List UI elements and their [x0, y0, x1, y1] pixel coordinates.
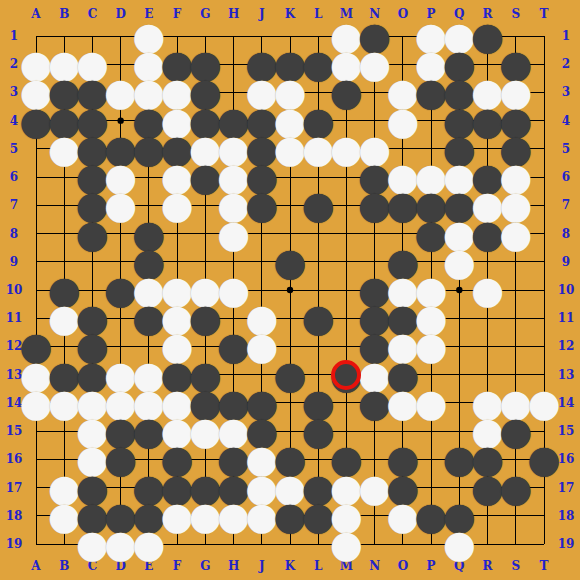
black-stone-R17: ●	[473, 473, 503, 503]
white-stone-P14: ●	[416, 388, 446, 418]
black-stone-D16: ●	[106, 444, 136, 474]
white-stone-N17: ●	[360, 473, 390, 503]
white-stone-B14: ●	[49, 388, 79, 418]
last-move-marker-M13	[331, 360, 361, 390]
white-stone-E19: ●	[134, 529, 164, 559]
black-stone-M3: ●	[331, 77, 361, 107]
white-stone-J12: ●	[247, 331, 277, 361]
white-stone-J18: ●	[247, 501, 277, 531]
black-stone-Q16: ●	[444, 444, 474, 474]
white-stone-P12: ●	[416, 331, 446, 361]
white-stone-D3: ●	[106, 77, 136, 107]
white-stone-C19: ●	[77, 529, 107, 559]
black-stone-G11: ●	[190, 303, 220, 333]
white-stone-L5: ●	[303, 134, 333, 164]
black-stone-T16: ●	[529, 444, 559, 474]
black-stone-C8: ●	[77, 219, 107, 249]
white-stone-S8: ●	[501, 219, 531, 249]
black-stone-L7: ●	[303, 190, 333, 220]
black-stone-K9: ●	[275, 247, 305, 277]
white-stone-O18: ●	[388, 501, 418, 531]
black-stone-H12: ●	[219, 331, 249, 361]
black-stone-G6: ●	[190, 162, 220, 192]
star-point-D4	[117, 117, 123, 123]
black-stone-L11: ●	[303, 303, 333, 333]
white-stone-D7: ●	[106, 190, 136, 220]
black-stone-N14: ●	[360, 388, 390, 418]
white-stone-Q19: ●	[444, 529, 474, 559]
white-stone-O4: ●	[388, 106, 418, 136]
white-stone-G18: ●	[190, 501, 220, 531]
white-stone-D19: ●	[106, 529, 136, 559]
white-stone-A14: ●	[21, 388, 51, 418]
black-stone-J7: ●	[247, 190, 277, 220]
black-stone-K13: ●	[275, 360, 305, 390]
black-stone-R4: ●	[473, 106, 503, 136]
black-stone-N7: ●	[360, 190, 390, 220]
white-stone-B11: ●	[49, 303, 79, 333]
white-stone-M5: ●	[331, 134, 361, 164]
black-stone-P8: ●	[416, 219, 446, 249]
white-stone-O14: ●	[388, 388, 418, 418]
white-stone-M19: ●	[331, 529, 361, 559]
black-stone-D10: ●	[106, 275, 136, 305]
black-stone-S17: ●	[501, 473, 531, 503]
white-stone-B5: ●	[49, 134, 79, 164]
black-stone-A4: ●	[21, 106, 51, 136]
white-stone-Q9: ●	[444, 247, 474, 277]
black-stone-E15: ●	[134, 416, 164, 446]
white-stone-G15: ●	[190, 416, 220, 446]
black-stone-P3: ●	[416, 77, 446, 107]
black-stone-R1: ●	[473, 21, 503, 51]
black-stone-K18: ●	[275, 501, 305, 531]
white-stone-T14: ●	[529, 388, 559, 418]
black-stone-R8: ●	[473, 219, 503, 249]
white-stone-H8: ●	[219, 219, 249, 249]
white-stone-R10: ●	[473, 275, 503, 305]
white-stone-N2: ●	[360, 49, 390, 79]
black-stone-E5: ●	[134, 134, 164, 164]
white-stone-F7: ●	[162, 190, 192, 220]
white-stone-H18: ●	[219, 501, 249, 531]
black-stone-O7: ●	[388, 190, 418, 220]
white-stone-B18: ●	[49, 501, 79, 531]
black-stone-L18: ●	[303, 501, 333, 531]
black-stone-L15: ●	[303, 416, 333, 446]
white-stone-H10: ●	[219, 275, 249, 305]
black-stone-L2: ●	[303, 49, 333, 79]
star-point-K10	[287, 287, 293, 293]
star-point-Q10	[456, 287, 462, 293]
white-stone-K5: ●	[275, 134, 305, 164]
black-stone-S15: ●	[501, 416, 531, 446]
go-board-screen: AA11BB22CC33DD44EE55FF66GG77HH88JJ99KK10…	[0, 0, 580, 580]
black-stone-E11: ●	[134, 303, 164, 333]
white-stone-F18: ●	[162, 501, 192, 531]
black-stone-P18: ●	[416, 501, 446, 531]
